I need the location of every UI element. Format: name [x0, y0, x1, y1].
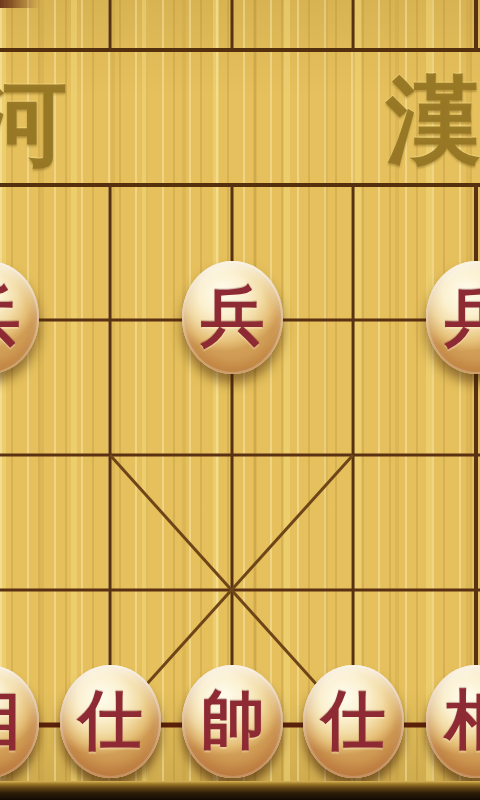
board-bottom-edge — [0, 781, 480, 800]
piece-glyph: 仕 — [79, 688, 143, 752]
piece-glyph: 帥 — [201, 688, 265, 752]
pieces-layer: 兵兵兵相仕帥仕相 — [0, 0, 480, 800]
piece-red-soldier-file7[interactable]: 兵 — [426, 261, 480, 374]
piece-glyph: 兵 — [445, 284, 480, 348]
piece-glyph: 兵 — [201, 284, 265, 348]
piece-red-elephant-file7[interactable]: 相 — [426, 665, 480, 778]
piece-glyph: 兵 — [0, 284, 21, 348]
piece-glyph: 相 — [445, 688, 480, 752]
piece-red-soldier-file3[interactable]: 兵 — [0, 261, 39, 374]
piece-red-elephant-file3[interactable]: 相 — [0, 665, 39, 778]
top-edge-shadow — [0, 0, 40, 8]
piece-glyph: 相 — [0, 688, 21, 752]
piece-red-advisor-file6[interactable]: 仕 — [303, 665, 404, 778]
piece-red-advisor-file4[interactable]: 仕 — [60, 665, 161, 778]
xiangqi-screen: 河 漢 兵兵兵相仕帥仕相 — [0, 0, 480, 800]
piece-glyph: 仕 — [322, 688, 386, 752]
piece-red-soldier-file5[interactable]: 兵 — [182, 261, 283, 374]
piece-red-general-file5[interactable]: 帥 — [182, 665, 283, 778]
